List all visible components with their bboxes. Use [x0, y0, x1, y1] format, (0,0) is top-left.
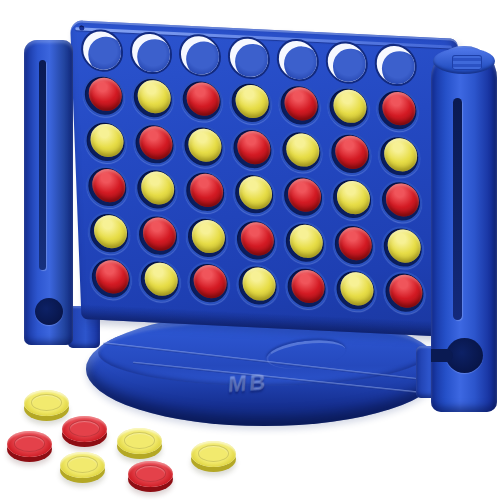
- board-cell-r5c6: [328, 221, 379, 269]
- board-cell-r6c5: [281, 264, 332, 312]
- empty-slot: [227, 35, 271, 79]
- board-cell-r1c7: [370, 41, 421, 89]
- board-cell-r1c2: [125, 29, 176, 77]
- empty-slot: [373, 43, 417, 87]
- board-cell-r6c3: [183, 259, 234, 307]
- yellow-disc-in-slot: [87, 211, 131, 255]
- red-disc: [138, 125, 172, 160]
- board-cell-r1c1: [76, 26, 127, 74]
- tray-emboss-swoosh: [265, 336, 348, 373]
- board-cell-r4c1: [81, 163, 132, 211]
- red-disc: [290, 269, 324, 304]
- red-disc: [385, 183, 419, 218]
- board-cell-r3c7: [373, 132, 424, 180]
- empty-slot: [276, 38, 320, 82]
- yellow-disc-in-slot: [185, 216, 229, 260]
- board-cell-r3c4: [227, 125, 278, 173]
- red-disc-in-slot: [89, 256, 133, 300]
- red-disc: [334, 135, 368, 170]
- red-disc: [189, 173, 223, 208]
- yellow-disc: [191, 219, 225, 254]
- red-disc: [91, 168, 125, 203]
- board-cell-r4c2: [130, 166, 181, 214]
- board-cell-r6c4: [232, 262, 283, 310]
- red-disc: [287, 178, 321, 213]
- board-cell-r6c2: [134, 257, 185, 305]
- red-disc-in-slot: [328, 131, 372, 175]
- board-cell-r6c7: [379, 269, 430, 317]
- yellow-disc-in-slot: [330, 177, 374, 221]
- board-cell-r2c3: [176, 77, 227, 125]
- red-disc-in-slot: [179, 79, 223, 123]
- board-cell-r3c3: [178, 122, 229, 170]
- empty-slot: [80, 28, 124, 72]
- yellow-disc-in-slot: [380, 225, 424, 269]
- yellow-disc-in-slot: [235, 264, 279, 308]
- loose-yellow-disc: [117, 428, 162, 454]
- left-pillar-slot: [39, 60, 46, 270]
- empty-slot: [178, 33, 222, 77]
- right-support-pillar: [431, 46, 497, 412]
- red-disc: [95, 260, 129, 295]
- yellow-disc-in-slot: [181, 124, 225, 168]
- board-cell-r4c3: [179, 168, 230, 216]
- red-disc-in-slot: [234, 218, 278, 262]
- red-disc-in-slot: [183, 170, 227, 214]
- yellow-disc: [336, 180, 370, 215]
- yellow-disc: [339, 272, 373, 307]
- yellow-disc: [140, 171, 174, 206]
- red-disc-in-slot: [136, 213, 180, 257]
- board-cell-r2c4: [225, 79, 276, 127]
- red-disc-in-slot: [284, 266, 328, 310]
- board-cell-r1c4: [223, 33, 274, 81]
- yellow-disc: [332, 89, 366, 124]
- red-disc: [142, 216, 176, 251]
- yellow-disc-in-slot: [326, 86, 370, 130]
- loose-yellow-disc: [60, 452, 105, 478]
- red-disc: [186, 82, 220, 117]
- board-cell-r4c4: [228, 170, 279, 218]
- board-cell-r5c5: [279, 218, 330, 266]
- board-cell-r4c5: [277, 173, 328, 221]
- yellow-disc-in-slot: [83, 120, 127, 164]
- red-disc-in-slot: [82, 74, 126, 118]
- yellow-disc: [144, 262, 178, 297]
- yellow-disc-in-slot: [377, 134, 421, 178]
- red-disc: [88, 77, 122, 112]
- red-disc: [236, 130, 270, 165]
- red-disc-in-slot: [382, 271, 426, 315]
- board-cell-r5c7: [377, 223, 428, 271]
- connect4-grid: [76, 26, 429, 317]
- board-cell-r5c4: [230, 216, 281, 264]
- board-cell-r6c1: [85, 255, 136, 303]
- yellow-disc: [93, 214, 127, 249]
- board-cell-r1c6: [321, 38, 372, 86]
- yellow-disc: [285, 132, 319, 167]
- board-cell-r5c3: [181, 214, 232, 262]
- red-disc-in-slot: [132, 122, 176, 166]
- yellow-disc-in-slot: [283, 220, 327, 264]
- board-cell-r2c5: [274, 82, 325, 130]
- loose-yellow-disc: [191, 441, 236, 467]
- hasbro-stamp: [452, 55, 482, 70]
- right-pillar-foot-notch: [431, 349, 453, 362]
- red-disc: [193, 265, 227, 300]
- board-cell-r1c3: [174, 31, 225, 79]
- right-pillar-slot: [453, 98, 462, 320]
- yellow-disc-in-slot: [137, 259, 181, 303]
- yellow-disc-in-slot: [134, 168, 178, 212]
- yellow-disc-in-slot: [333, 268, 377, 312]
- board-cell-r1c5: [272, 36, 323, 84]
- board-cell-r3c1: [80, 118, 131, 166]
- yellow-disc: [241, 267, 275, 302]
- red-disc-in-slot: [277, 83, 321, 127]
- board-frame: [70, 20, 469, 338]
- board-cell-r3c6: [324, 130, 375, 178]
- red-disc-in-slot: [375, 88, 419, 132]
- board-cell-r5c1: [83, 209, 134, 257]
- yellow-disc: [187, 128, 221, 163]
- yellow-disc: [383, 137, 417, 172]
- red-disc: [338, 226, 372, 261]
- loose-red-disc: [128, 461, 173, 487]
- left-support-pillar: [24, 40, 73, 345]
- yellow-disc-in-slot: [279, 129, 323, 173]
- yellow-disc-in-slot: [232, 172, 276, 216]
- board-cell-r3c5: [275, 127, 326, 175]
- red-disc: [283, 87, 317, 122]
- yellow-disc: [234, 84, 268, 119]
- left-pillar-foot-hole: [35, 298, 63, 325]
- yellow-disc: [89, 123, 123, 158]
- board-cell-r2c7: [372, 86, 423, 134]
- loose-yellow-disc: [24, 390, 69, 416]
- loose-red-disc: [62, 416, 107, 442]
- board-cell-r2c1: [78, 72, 129, 120]
- connect4-product-photo: MB: [0, 0, 500, 500]
- loose-red-disc: [7, 431, 52, 457]
- yellow-disc-in-slot: [130, 76, 174, 120]
- red-disc-in-slot: [186, 261, 230, 305]
- yellow-disc: [387, 228, 421, 263]
- board-cell-r2c2: [127, 74, 178, 122]
- yellow-disc: [238, 176, 272, 211]
- board-cell-r3c2: [129, 120, 180, 168]
- red-disc-in-slot: [281, 175, 325, 219]
- board-cell-r4c6: [326, 175, 377, 223]
- red-disc: [240, 221, 274, 256]
- tray-emboss-mb: MB: [227, 370, 269, 399]
- red-disc-in-slot: [85, 165, 129, 209]
- yellow-disc-in-slot: [228, 81, 272, 125]
- board-cell-r2c6: [323, 84, 374, 132]
- red-disc-in-slot: [332, 223, 376, 267]
- board-cell-r6c6: [330, 266, 381, 314]
- board-cell-r5c2: [132, 211, 183, 259]
- red-disc: [388, 274, 422, 309]
- empty-slot: [129, 31, 173, 75]
- red-disc-in-slot: [379, 180, 423, 224]
- yellow-disc: [289, 224, 323, 259]
- empty-slot: [324, 40, 368, 84]
- board-cell-r4c7: [375, 178, 426, 226]
- yellow-disc: [137, 80, 171, 115]
- red-disc-in-slot: [230, 127, 274, 171]
- red-disc: [381, 92, 415, 127]
